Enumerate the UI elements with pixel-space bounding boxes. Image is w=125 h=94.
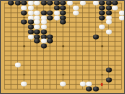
star-point — [101, 74, 103, 76]
star-point — [23, 74, 25, 76]
star-point — [23, 17, 25, 19]
go-board[interactable] — [0, 0, 125, 94]
star-point — [101, 45, 103, 47]
star-point — [23, 45, 25, 47]
star-point — [62, 74, 64, 76]
star-point — [62, 45, 64, 47]
